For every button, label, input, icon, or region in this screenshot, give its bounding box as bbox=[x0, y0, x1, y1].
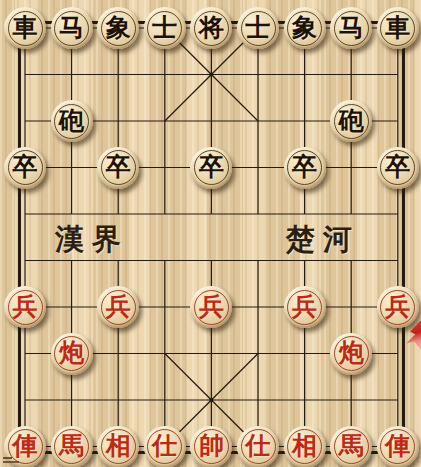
piece-glyph: 卒 bbox=[199, 154, 224, 179]
piece-red-chariot[interactable]: 俥 bbox=[4, 426, 46, 467]
piece-glyph: 帥 bbox=[199, 433, 224, 458]
piece-glyph: 士 bbox=[152, 15, 177, 40]
piece-glyph: 马 bbox=[59, 15, 84, 40]
piece-glyph: 俥 bbox=[385, 433, 410, 458]
piece-glyph: 卒 bbox=[292, 154, 317, 179]
piece-red-advisor[interactable]: 仕 bbox=[144, 426, 186, 467]
piece-red-horse[interactable]: 馬 bbox=[51, 426, 93, 467]
piece-glyph: 卒 bbox=[13, 154, 38, 179]
piece-red-horse[interactable]: 馬 bbox=[330, 426, 372, 467]
piece-glyph: 炮 bbox=[59, 340, 84, 365]
piece-black-horse[interactable]: 马 bbox=[330, 7, 372, 49]
piece-glyph: 卒 bbox=[106, 154, 131, 179]
piece-red-soldier[interactable]: 兵 bbox=[4, 286, 46, 328]
piece-glyph: 相 bbox=[106, 433, 131, 458]
piece-glyph: 士 bbox=[246, 15, 271, 40]
piece-glyph: 卒 bbox=[385, 154, 410, 179]
piece-red-chariot[interactable]: 俥 bbox=[377, 426, 419, 467]
piece-red-general[interactable]: 帥 bbox=[190, 426, 232, 467]
piece-red-advisor[interactable]: 仕 bbox=[237, 426, 279, 467]
piece-black-horse[interactable]: 马 bbox=[51, 7, 93, 49]
piece-glyph: 馬 bbox=[339, 433, 364, 458]
piece-glyph: 马 bbox=[339, 15, 364, 40]
piece-black-soldier[interactable]: 卒 bbox=[97, 147, 139, 189]
piece-black-soldier[interactable]: 卒 bbox=[284, 147, 326, 189]
piece-glyph: 兵 bbox=[13, 294, 38, 319]
piece-glyph: 仕 bbox=[152, 433, 177, 458]
piece-glyph: 将 bbox=[199, 15, 224, 40]
piece-glyph: 兵 bbox=[199, 294, 224, 319]
piece-black-elephant[interactable]: 象 bbox=[97, 7, 139, 49]
piece-red-elephant[interactable]: 相 bbox=[97, 426, 139, 467]
piece-glyph: 車 bbox=[385, 15, 410, 40]
piece-black-elephant[interactable]: 象 bbox=[284, 7, 326, 49]
river-label-left: 漢界 bbox=[55, 220, 129, 260]
piece-red-soldier[interactable]: 兵 bbox=[97, 286, 139, 328]
piece-glyph: 象 bbox=[292, 15, 317, 40]
piece-glyph: 相 bbox=[292, 433, 317, 458]
piece-red-elephant[interactable]: 相 bbox=[284, 426, 326, 467]
piece-black-chariot[interactable]: 車 bbox=[4, 7, 46, 49]
piece-red-cannon[interactable]: 炮 bbox=[51, 333, 93, 375]
piece-glyph: 兵 bbox=[106, 294, 131, 319]
piece-glyph: 兵 bbox=[292, 294, 317, 319]
piece-glyph: 炮 bbox=[339, 340, 364, 365]
piece-glyph: 象 bbox=[106, 15, 131, 40]
xiangqi-board[interactable]: 車马象士将士象马車砲砲卒卒卒卒卒兵兵兵兵兵炮炮俥馬相仕帥仕相馬俥 漢界 楚河 bbox=[0, 0, 421, 467]
piece-black-chariot[interactable]: 車 bbox=[377, 7, 419, 49]
river-label-right: 楚河 bbox=[286, 220, 360, 260]
piece-red-soldier[interactable]: 兵 bbox=[377, 286, 419, 328]
piece-red-cannon[interactable]: 炮 bbox=[330, 333, 372, 375]
screen-artifact bbox=[3, 457, 12, 459]
piece-black-advisor[interactable]: 士 bbox=[144, 7, 186, 49]
piece-glyph: 馬 bbox=[59, 433, 84, 458]
piece-glyph: 車 bbox=[13, 15, 38, 40]
piece-black-cannon[interactable]: 砲 bbox=[330, 100, 372, 142]
piece-glyph: 砲 bbox=[59, 108, 84, 133]
piece-red-soldier[interactable]: 兵 bbox=[284, 286, 326, 328]
piece-black-soldier[interactable]: 卒 bbox=[377, 147, 419, 189]
piece-glyph: 砲 bbox=[339, 108, 364, 133]
piece-black-soldier[interactable]: 卒 bbox=[4, 147, 46, 189]
piece-glyph: 兵 bbox=[385, 294, 410, 319]
piece-glyph: 俥 bbox=[13, 433, 38, 458]
piece-black-cannon[interactable]: 砲 bbox=[51, 100, 93, 142]
piece-glyph: 仕 bbox=[246, 433, 271, 458]
piece-black-advisor[interactable]: 士 bbox=[237, 7, 279, 49]
piece-black-soldier[interactable]: 卒 bbox=[190, 147, 232, 189]
